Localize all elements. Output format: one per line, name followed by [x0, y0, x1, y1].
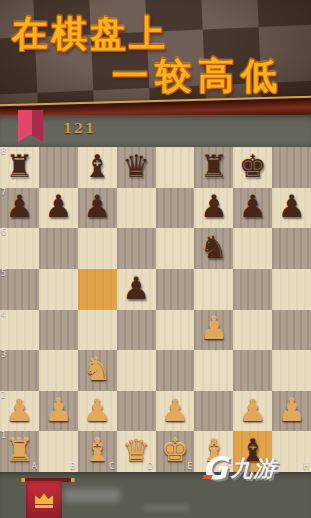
black-pawn: ♟	[122, 273, 150, 304]
blurred-player-name	[64, 489, 120, 502]
square-a8[interactable]: 8♜	[0, 147, 39, 188]
file-label-b: B	[70, 462, 76, 471]
rank-label-4: 4	[1, 310, 6, 319]
square-b2[interactable]: ♟	[39, 391, 78, 432]
crown-icon-base	[35, 505, 53, 508]
square-a1[interactable]: 1A♜	[0, 431, 39, 472]
black-pawn: ♟	[83, 191, 111, 222]
black-pawn: ♟	[6, 191, 34, 222]
square-g6[interactable]	[233, 228, 272, 269]
square-b5[interactable]	[39, 269, 78, 310]
square-g8[interactable]: ♚	[233, 147, 272, 188]
square-e4[interactable]	[156, 310, 195, 351]
square-h3[interactable]	[272, 350, 311, 391]
black-king: ♚	[239, 151, 267, 182]
white-pawn: ♟	[44, 395, 72, 426]
white-rook: ♜	[6, 435, 34, 466]
black-pawn: ♟	[278, 191, 306, 222]
square-e3[interactable]	[156, 350, 195, 391]
square-e8[interactable]	[156, 147, 195, 188]
white-king: ♚	[161, 435, 189, 466]
square-c2[interactable]: ♟	[78, 391, 117, 432]
black-bishop: ♝	[83, 151, 111, 182]
square-b8[interactable]	[39, 147, 78, 188]
move-counter: 121	[63, 121, 96, 136]
square-h8[interactable]	[272, 147, 311, 188]
black-pawn: ♟	[200, 191, 228, 222]
rank-label-6: 6	[1, 228, 6, 237]
chess-board[interactable]: 8♜♝♛♜♚7♟♟♟♟♟♟6♞5♟4♟3♞2♟♟♟♟♟♟1A♜BC♝D♛E♚F♝…	[0, 147, 311, 472]
square-b4[interactable]	[39, 310, 78, 351]
rank-label-3: 3	[1, 350, 6, 359]
white-bishop: ♝	[83, 435, 111, 466]
square-f7[interactable]: ♟	[194, 188, 233, 229]
square-c5[interactable]	[78, 269, 117, 310]
black-bishop: ♝	[239, 435, 267, 466]
square-g1[interactable]: G♝	[233, 431, 272, 472]
square-g3[interactable]	[233, 350, 272, 391]
square-e1[interactable]: E♚	[156, 431, 195, 472]
square-d4[interactable]	[117, 310, 156, 351]
square-c7[interactable]: ♟	[78, 188, 117, 229]
header-title-line1: 在棋盘上	[12, 16, 168, 52]
square-a7[interactable]: 7♟	[0, 188, 39, 229]
square-e2[interactable]: ♟	[156, 391, 195, 432]
square-f8[interactable]: ♜	[194, 147, 233, 188]
header-title-line2: 一较高低	[112, 58, 284, 94]
square-d8[interactable]: ♛	[117, 147, 156, 188]
bookmark-ribbon-icon[interactable]	[18, 110, 43, 142]
white-knight: ♞	[83, 354, 111, 385]
black-knight: ♞	[200, 232, 228, 263]
square-c8[interactable]: ♝	[78, 147, 117, 188]
square-b7[interactable]: ♟	[39, 188, 78, 229]
white-pawn: ♟	[83, 395, 111, 426]
square-b3[interactable]	[39, 350, 78, 391]
square-f1[interactable]: F♝	[194, 431, 233, 472]
square-d1[interactable]: D♛	[117, 431, 156, 472]
black-pawn: ♟	[44, 191, 72, 222]
white-pawn: ♟	[200, 313, 228, 344]
black-rook: ♜	[6, 151, 34, 182]
square-h5[interactable]	[272, 269, 311, 310]
square-f2[interactable]	[194, 391, 233, 432]
rank-banner-button[interactable]	[24, 478, 64, 518]
toolbar-bar: 121	[0, 115, 311, 148]
square-h2[interactable]: ♟	[272, 391, 311, 432]
file-label-h: H	[303, 462, 309, 471]
square-e5[interactable]	[156, 269, 195, 310]
square-c3[interactable]: ♞	[78, 350, 117, 391]
square-d7[interactable]	[117, 188, 156, 229]
white-bishop: ♝	[200, 435, 228, 466]
square-e7[interactable]	[156, 188, 195, 229]
white-pawn: ♟	[6, 395, 34, 426]
black-rook: ♜	[200, 151, 228, 182]
white-pawn: ♟	[278, 395, 306, 426]
square-d5[interactable]: ♟	[117, 269, 156, 310]
square-a3[interactable]: 3	[0, 350, 39, 391]
square-g5[interactable]	[233, 269, 272, 310]
square-a5[interactable]: 5	[0, 269, 39, 310]
header-banner: 在棋盘上 一较高低	[0, 0, 311, 112]
square-a4[interactable]: 4	[0, 310, 39, 351]
square-g4[interactable]	[233, 310, 272, 351]
square-c6[interactable]	[78, 228, 117, 269]
chess-app: 在棋盘上 一较高低 121 8♜♝♛♜♚7♟♟♟♟♟♟6♞5♟4♟3♞2♟♟♟♟…	[0, 0, 311, 518]
square-c1[interactable]: C♝	[78, 431, 117, 472]
square-d6[interactable]	[117, 228, 156, 269]
square-h6[interactable]	[272, 228, 311, 269]
footer-bar	[0, 472, 311, 518]
white-pawn: ♟	[161, 395, 189, 426]
square-d3[interactable]	[117, 350, 156, 391]
black-queen: ♛	[122, 151, 150, 182]
black-pawn: ♟	[239, 191, 267, 222]
square-f6[interactable]: ♞	[194, 228, 233, 269]
square-e6[interactable]	[156, 228, 195, 269]
square-h4[interactable]	[272, 310, 311, 351]
white-pawn: ♟	[239, 395, 267, 426]
square-f5[interactable]	[194, 269, 233, 310]
square-d2[interactable]	[117, 391, 156, 432]
square-a6[interactable]: 6	[0, 228, 39, 269]
square-f4[interactable]: ♟	[194, 310, 233, 351]
white-queen: ♛	[122, 435, 150, 466]
square-g7[interactable]: ♟	[233, 188, 272, 229]
blurred-subtext	[143, 505, 189, 511]
square-f3[interactable]	[194, 350, 233, 391]
square-b1[interactable]: B	[39, 431, 78, 472]
square-g2[interactable]: ♟	[233, 391, 272, 432]
square-c4[interactable]	[78, 310, 117, 351]
square-h1[interactable]: H	[272, 431, 311, 472]
square-b6[interactable]	[39, 228, 78, 269]
square-h7[interactable]: ♟	[272, 188, 311, 229]
square-a2[interactable]: 2♟	[0, 391, 39, 432]
rank-label-5: 5	[1, 269, 6, 278]
